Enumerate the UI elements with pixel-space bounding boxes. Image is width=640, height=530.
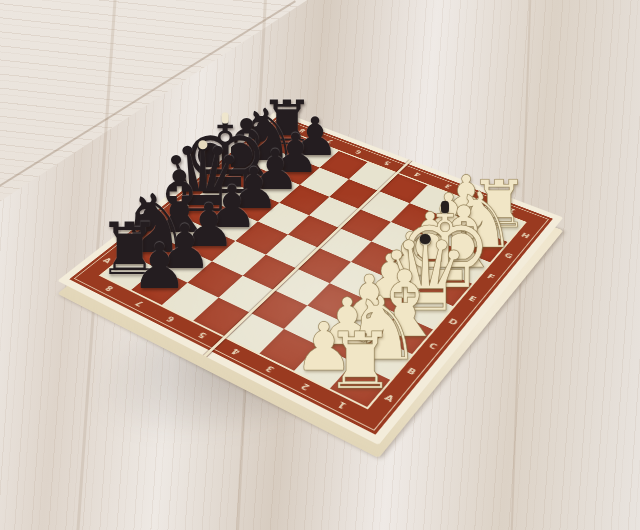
rank-label: 6 [150,304,191,335]
rank-label: 8 [89,274,129,303]
file-label: F [469,265,512,289]
rank-label: 1 [321,388,362,424]
rank-label: 7 [119,289,159,319]
file-label: E [450,286,494,311]
file-label: H [505,225,546,247]
file-label: C [410,333,456,361]
file-label: D [431,309,476,336]
rank-label: 1 [496,199,527,223]
rank-label: 2 [464,187,495,211]
coordinate-border: ABCDEFGH ABCDEFGH 87654321 87654321 [69,115,553,435]
rank-label: 6 [342,142,373,163]
rank-label: 2 [284,370,325,405]
file-label: B [388,357,435,386]
photo-scene: ABCDEFGH ABCDEFGH 87654321 87654321 ♜♞♝♛… [0,0,640,530]
rank-label: 8 [286,121,317,141]
rank-label: 4 [401,164,432,186]
rank-label: 3 [432,175,463,198]
file-label: G [487,244,529,267]
board-field [102,130,524,407]
rank-label: 3 [249,353,290,387]
rank-label: 7 [314,131,345,152]
chess-board: ABCDEFGH ABCDEFGH 87654321 87654321 [137,66,501,430]
file-label: A [365,383,413,414]
